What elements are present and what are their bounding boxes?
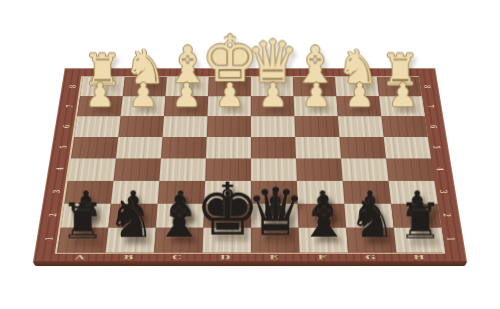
piece-white-pawn-d7[interactable]: ♟ (215, 78, 244, 111)
square-e1[interactable]: ♛ (251, 228, 300, 253)
square-b1[interactable]: ♞ (106, 228, 156, 253)
square-h4[interactable] (386, 158, 434, 180)
rank-label-left-5: 5 (40, 143, 86, 153)
piece-white-pawn-b7[interactable]: ♟ (128, 78, 157, 111)
square-c6[interactable] (163, 116, 208, 137)
square-e7[interactable]: ♟ (251, 96, 294, 116)
square-f5[interactable] (295, 137, 341, 158)
piece-white-pawn-e7[interactable]: ♟ (258, 78, 287, 111)
square-f1[interactable]: ♝ (299, 228, 348, 253)
piece-black-knight-b1[interactable]: ♞ (106, 192, 154, 246)
piece-black-knight-g1[interactable]: ♞ (348, 192, 396, 246)
square-g5[interactable] (339, 137, 386, 158)
square-c7[interactable]: ♟ (164, 96, 208, 116)
square-e5[interactable] (251, 137, 296, 158)
square-d5[interactable] (206, 137, 251, 158)
rank-label-left-7: 7 (47, 102, 91, 111)
piece-white-pawn-c7[interactable]: ♟ (171, 78, 200, 111)
piece-white-pawn-f7[interactable]: ♟ (301, 78, 330, 111)
square-b7[interactable]: ♟ (121, 96, 166, 116)
piece-black-rook-h1[interactable]: ♜ (398, 197, 442, 246)
square-b6[interactable] (118, 116, 164, 137)
rank-label-left-8: 8 (50, 82, 93, 91)
square-d6[interactable] (207, 116, 251, 137)
rank-label-right-6: 6 (412, 122, 457, 131)
square-b5[interactable] (116, 137, 163, 158)
square-a4[interactable] (68, 158, 116, 180)
rank-label-left-6: 6 (43, 122, 88, 131)
square-d1[interactable]: ♚ (203, 228, 251, 253)
square-a1[interactable]: ♜ (57, 228, 108, 253)
square-e6[interactable] (251, 116, 295, 137)
square-f7[interactable]: ♟ (294, 96, 338, 116)
piece-black-bishop-f1[interactable]: ♝ (297, 188, 349, 246)
square-f6[interactable] (294, 116, 339, 137)
rank-label-right-5: 5 (415, 143, 461, 153)
square-b4[interactable] (114, 158, 161, 180)
square-h1[interactable]: ♜ (394, 228, 445, 253)
board-front-edge (34, 261, 466, 266)
square-g1[interactable]: ♞ (346, 228, 396, 253)
play-grid: ♜♞♝♚♛♝♞♜♟♟♟♟♟♟♟♟♟♟♟♟♟♟♟♟♜♞♝♚♛♝♞♜ (57, 77, 443, 253)
rank-label-right-7: 7 (409, 102, 453, 111)
photo-scene: ♜♞♝♚♛♝♞♜♟♟♟♟♟♟♟♟♟♟♟♟♟♟♟♟♜♞♝♚♛♝♞♜ ABCDEFG… (0, 0, 500, 309)
square-g7[interactable]: ♟ (336, 96, 381, 116)
rank-label-right-8: 8 (406, 82, 449, 91)
piece-white-pawn-g7[interactable]: ♟ (344, 78, 373, 111)
chess-board: ♜♞♝♚♛♝♞♜♟♟♟♟♟♟♟♟♟♟♟♟♟♟♟♟♜♞♝♚♛♝♞♜ ABCDEFG… (33, 68, 468, 263)
piece-black-rook-a1[interactable]: ♜ (60, 197, 104, 246)
square-g4[interactable] (341, 158, 388, 180)
square-c5[interactable] (161, 137, 207, 158)
square-d7[interactable]: ♟ (208, 96, 251, 116)
square-g6[interactable] (338, 116, 384, 137)
piece-black-queen-e1[interactable]: ♛ (245, 179, 305, 245)
